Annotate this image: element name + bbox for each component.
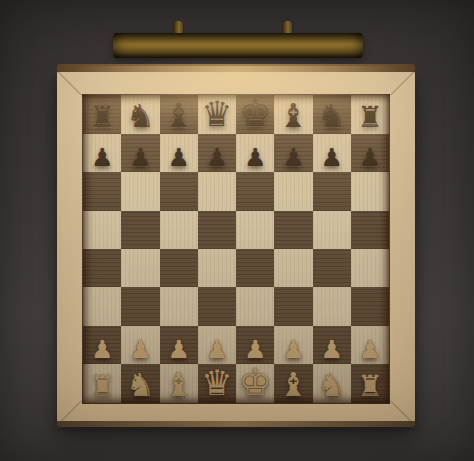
square-f1[interactable]: ♝ [274,364,312,403]
white-rook[interactable]: ♜ [357,372,383,401]
white-pawn[interactable]: ♟ [320,337,342,362]
square-e1[interactable]: ♚ [236,364,274,403]
square-e5[interactable] [236,211,274,249]
square-b4[interactable] [121,249,159,287]
square-e3[interactable] [236,287,274,325]
square-e4[interactable] [236,249,274,287]
square-h6[interactable] [351,172,389,210]
black-bishop[interactable]: ♝ [279,99,309,132]
white-queen[interactable]: ♛ [201,366,232,401]
square-d4[interactable] [198,249,236,287]
square-e6[interactable] [236,172,274,210]
white-pawn[interactable]: ♟ [282,337,304,362]
square-g5[interactable] [313,211,351,249]
black-knight[interactable]: ♞ [317,100,346,132]
square-h7[interactable]: ♟ [351,134,389,172]
white-pawn[interactable]: ♟ [167,337,189,362]
white-pawn[interactable]: ♟ [244,337,266,362]
square-a3[interactable] [83,287,121,325]
square-g3[interactable] [313,287,351,325]
white-bishop[interactable]: ♝ [164,368,194,401]
square-b3[interactable] [121,287,159,325]
white-king[interactable]: ♚ [239,364,272,401]
square-a5[interactable] [83,211,121,249]
square-c8[interactable]: ♝ [160,95,198,134]
square-g2[interactable]: ♟ [313,326,351,364]
square-f2[interactable]: ♟ [274,326,312,364]
frame-miter-top-left [56,70,81,95]
square-g8[interactable]: ♞ [313,95,351,134]
white-knight[interactable]: ♞ [317,369,346,401]
black-rook[interactable]: ♜ [89,103,115,132]
square-b1[interactable]: ♞ [121,364,159,403]
square-d6[interactable] [198,172,236,210]
square-g1[interactable]: ♞ [313,364,351,403]
square-b8[interactable]: ♞ [121,95,159,134]
square-g7[interactable]: ♟ [313,134,351,172]
square-a8[interactable]: ♜ [83,95,121,134]
square-c5[interactable] [160,211,198,249]
black-pawn[interactable]: ♟ [244,145,266,170]
square-b7[interactable]: ♟ [121,134,159,172]
square-d2[interactable]: ♟ [198,326,236,364]
square-h3[interactable] [351,287,389,325]
square-g4[interactable] [313,249,351,287]
square-g6[interactable] [313,172,351,210]
square-f6[interactable] [274,172,312,210]
black-pawn[interactable]: ♟ [320,145,342,170]
square-a6[interactable] [83,172,121,210]
square-f7[interactable]: ♟ [274,134,312,172]
square-b5[interactable] [121,211,159,249]
square-h8[interactable]: ♜ [351,95,389,134]
white-bishop[interactable]: ♝ [279,368,309,401]
black-pawn[interactable]: ♟ [206,145,228,170]
square-f3[interactable] [274,287,312,325]
square-f5[interactable] [274,211,312,249]
square-c2[interactable]: ♟ [160,326,198,364]
square-d3[interactable] [198,287,236,325]
black-rook[interactable]: ♜ [357,103,383,132]
square-c4[interactable] [160,249,198,287]
square-c6[interactable] [160,172,198,210]
square-a4[interactable] [83,249,121,287]
white-rook[interactable]: ♜ [89,372,115,401]
square-h1[interactable]: ♜ [351,364,389,403]
picture-light-bar [113,33,363,58]
square-c3[interactable] [160,287,198,325]
square-d7[interactable]: ♟ [198,134,236,172]
white-pawn[interactable]: ♟ [91,337,113,362]
frame-miter-top-right [390,70,415,95]
square-h2[interactable]: ♟ [351,326,389,364]
black-pawn[interactable]: ♟ [282,145,304,170]
square-a7[interactable]: ♟ [83,134,121,172]
square-f8[interactable]: ♝ [274,95,312,134]
black-pawn[interactable]: ♟ [91,145,113,170]
square-d5[interactable] [198,211,236,249]
square-d8[interactable]: ♛ [198,95,236,134]
square-d1[interactable]: ♛ [198,364,236,403]
black-bishop[interactable]: ♝ [164,99,194,132]
board-frame: ♜♞♝♛♚♝♞♜♟♟♟♟♟♟♟♟♟♟♟♟♟♟♟♟♜♞♝♛♚♝♞♜ [57,70,415,426]
square-c1[interactable]: ♝ [160,364,198,403]
square-h4[interactable] [351,249,389,287]
black-knight[interactable]: ♞ [126,100,155,132]
square-b2[interactable]: ♟ [121,326,159,364]
white-pawn[interactable]: ♟ [206,337,228,362]
black-pawn[interactable]: ♟ [129,145,151,170]
square-h5[interactable] [351,211,389,249]
square-b6[interactable] [121,172,159,210]
black-king[interactable]: ♚ [239,95,272,132]
frame-miter-bottom-right [390,401,415,426]
white-pawn[interactable]: ♟ [359,337,381,362]
black-pawn[interactable]: ♟ [359,145,381,170]
square-e7[interactable]: ♟ [236,134,274,172]
chess-board: ♜♞♝♛♚♝♞♜♟♟♟♟♟♟♟♟♟♟♟♟♟♟♟♟♜♞♝♛♚♝♞♜ [82,94,390,404]
square-f4[interactable] [274,249,312,287]
square-e8[interactable]: ♚ [236,95,274,134]
white-knight[interactable]: ♞ [126,369,155,401]
black-pawn[interactable]: ♟ [167,145,189,170]
white-pawn[interactable]: ♟ [129,337,151,362]
black-queen[interactable]: ♛ [201,97,232,132]
square-c7[interactable]: ♟ [160,134,198,172]
frame-miter-bottom-left [56,401,81,426]
wall: ♜♞♝♛♚♝♞♜♟♟♟♟♟♟♟♟♟♟♟♟♟♟♟♟♜♞♝♛♚♝♞♜ [0,0,474,461]
square-a1[interactable]: ♜ [83,364,121,403]
square-e2[interactable]: ♟ [236,326,274,364]
square-a2[interactable]: ♟ [83,326,121,364]
